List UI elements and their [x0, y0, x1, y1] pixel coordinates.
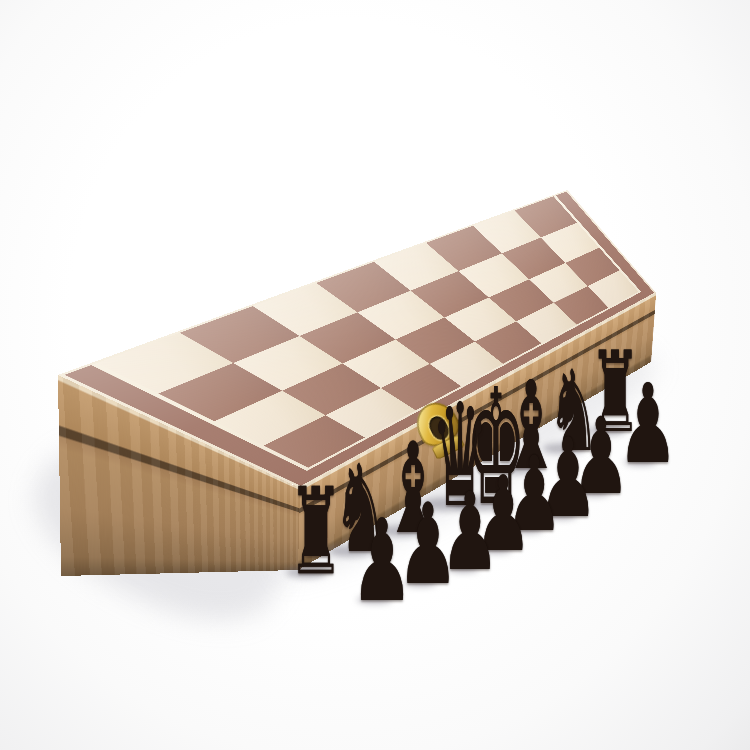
- chess-piece-rook: ♜: [288, 472, 344, 592]
- chess-piece-pawn: ♟: [350, 505, 413, 618]
- product-photo-scene: ♜♞♟♝♟♚♛♟♟♝♟♞♟♜♟♟: [0, 0, 750, 750]
